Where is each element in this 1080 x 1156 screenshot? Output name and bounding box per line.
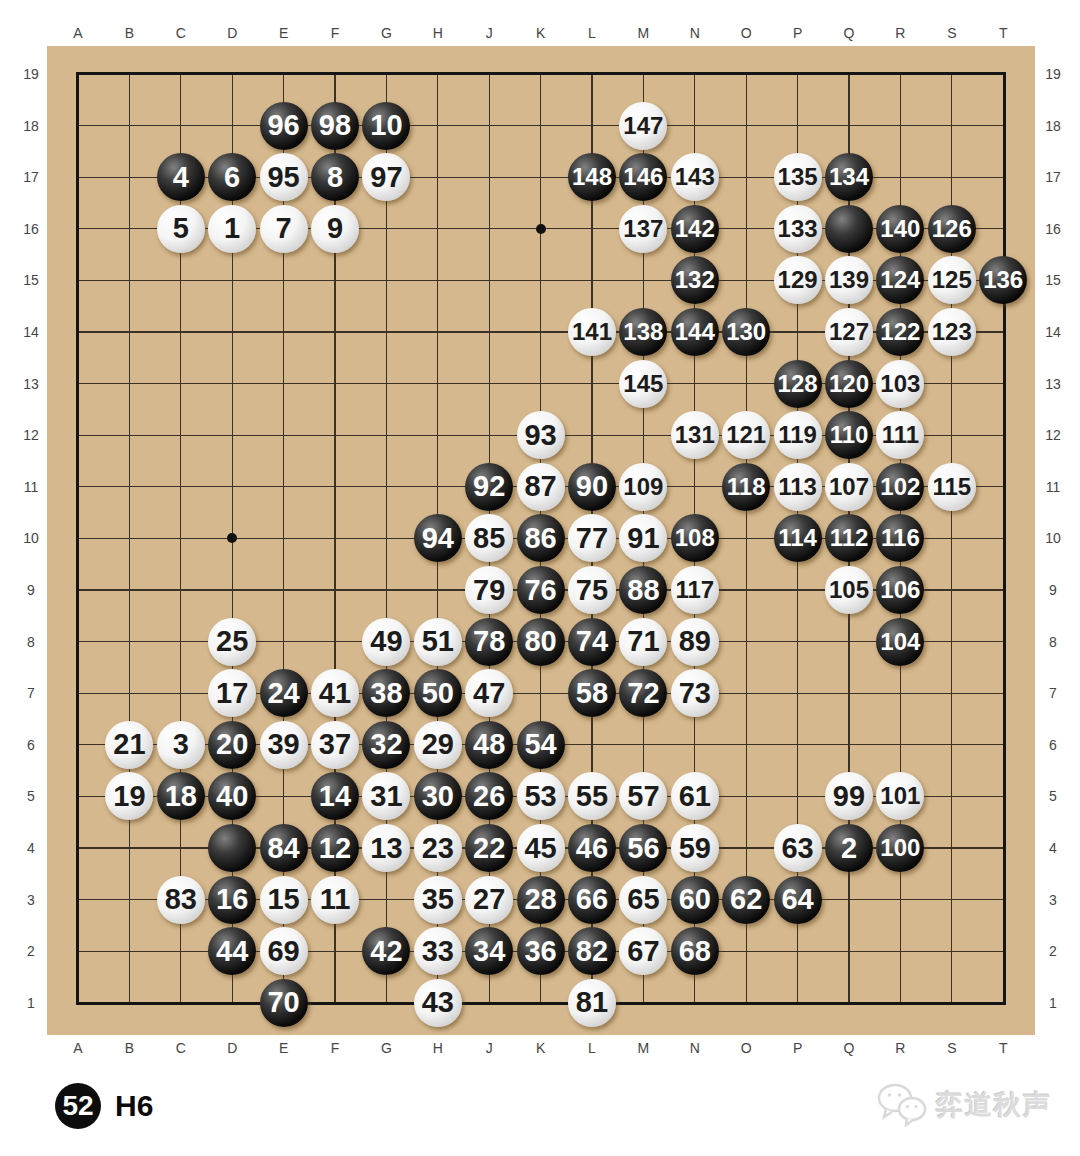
coord-label-left: 3 xyxy=(27,892,35,908)
coord-label-bottom: C xyxy=(176,1040,186,1056)
coord-label-left: 5 xyxy=(27,788,35,804)
go-stone-11: 11 xyxy=(311,876,359,924)
coord-label-top: S xyxy=(947,25,956,41)
go-stone-70: 70 xyxy=(260,979,308,1027)
coord-label-left: 13 xyxy=(23,376,39,392)
coord-label-right: 5 xyxy=(1049,788,1057,804)
go-stone-104: 104 xyxy=(876,618,924,666)
coord-label-left: 11 xyxy=(24,479,39,495)
coord-label-bottom: H xyxy=(433,1040,443,1056)
go-stone-134: 134 xyxy=(825,153,873,201)
go-stone-69: 69 xyxy=(260,927,308,975)
coord-label-left: 1 xyxy=(27,995,35,1011)
go-stone-handicap xyxy=(208,824,256,872)
go-stone-119: 119 xyxy=(774,411,822,459)
watermark: 弈道秋声 xyxy=(876,1083,1052,1127)
coord-label-right: 10 xyxy=(1045,530,1061,546)
coord-label-left: 18 xyxy=(23,118,39,134)
kifu-diagram: AABBCCDDEEFFGGHHJJKKLLMMNNOOPPQQRRSSTT19… xyxy=(0,0,1080,1156)
coord-label-right: 8 xyxy=(1049,634,1057,650)
go-stone-25: 25 xyxy=(208,618,256,666)
coord-label-top: K xyxy=(536,25,545,41)
go-stone-142: 142 xyxy=(671,205,719,253)
go-stone-105: 105 xyxy=(825,566,873,614)
go-stone-87: 87 xyxy=(517,463,565,511)
coord-label-bottom: F xyxy=(331,1040,340,1056)
go-stone-62: 62 xyxy=(722,876,770,924)
go-stone-107: 107 xyxy=(825,463,873,511)
go-stone-43: 43 xyxy=(414,979,462,1027)
coord-label-bottom: R xyxy=(895,1040,905,1056)
go-stone-115: 115 xyxy=(928,463,976,511)
go-stone-84: 84 xyxy=(260,824,308,872)
coord-label-bottom: M xyxy=(638,1040,650,1056)
coord-label-right: 13 xyxy=(1045,376,1061,392)
coord-label-top: A xyxy=(73,25,82,41)
coord-label-left: 12 xyxy=(23,427,39,443)
go-stone-29: 29 xyxy=(414,721,462,769)
go-stone-58: 58 xyxy=(568,669,616,717)
go-stone-1: 1 xyxy=(208,205,256,253)
go-stone-123: 123 xyxy=(928,308,976,356)
coord-label-bottom: A xyxy=(73,1040,82,1056)
coord-label-bottom: J xyxy=(486,1040,493,1056)
coord-label-left: 7 xyxy=(27,685,35,701)
go-stone-83: 83 xyxy=(157,876,205,924)
go-stone-109: 109 xyxy=(619,463,667,511)
go-stone-39: 39 xyxy=(260,721,308,769)
go-stone-76: 76 xyxy=(517,566,565,614)
go-stone-23: 23 xyxy=(414,824,462,872)
coord-label-right: 18 xyxy=(1045,118,1061,134)
go-stone-68: 68 xyxy=(671,927,719,975)
coord-label-bottom: O xyxy=(741,1040,752,1056)
coord-label-right: 12 xyxy=(1045,427,1061,443)
coord-label-left: 19 xyxy=(23,66,39,82)
coord-label-top: D xyxy=(227,25,237,41)
go-stone-27: 27 xyxy=(465,876,513,924)
coord-label-left: 15 xyxy=(23,272,39,288)
coord-label-right: 3 xyxy=(1049,892,1057,908)
star-point xyxy=(227,533,237,543)
coord-label-left: 10 xyxy=(23,530,39,546)
go-stone-8: 8 xyxy=(311,153,359,201)
coord-label-left: 9 xyxy=(27,582,35,598)
coord-label-right: 4 xyxy=(1049,840,1057,856)
go-stone-2: 2 xyxy=(825,824,873,872)
go-stone-95: 95 xyxy=(260,153,308,201)
coord-label-top: F xyxy=(331,25,340,41)
coord-label-top: P xyxy=(793,25,802,41)
caption-coordinate-label: H6 xyxy=(115,1089,153,1123)
go-stone-92: 92 xyxy=(465,463,513,511)
go-stone-94: 94 xyxy=(414,514,462,562)
coord-label-left: 2 xyxy=(27,943,35,959)
coord-label-bottom: Q xyxy=(844,1040,855,1056)
go-stone-73: 73 xyxy=(671,669,719,717)
caption-move-number: 52 xyxy=(62,1092,93,1120)
coord-label-top: Q xyxy=(844,25,855,41)
go-stone-4: 4 xyxy=(157,153,205,201)
go-stone-130: 130 xyxy=(722,308,770,356)
go-stone-147: 147 xyxy=(619,102,667,150)
go-stone-3: 3 xyxy=(157,721,205,769)
go-stone-63: 63 xyxy=(774,824,822,872)
go-stone-51: 51 xyxy=(414,618,462,666)
coord-label-bottom: E xyxy=(279,1040,288,1056)
go-stone-98: 98 xyxy=(311,102,359,150)
go-stone-15: 15 xyxy=(260,876,308,924)
go-stone-16: 16 xyxy=(208,876,256,924)
go-stone-133: 133 xyxy=(774,205,822,253)
go-stone-7: 7 xyxy=(260,205,308,253)
coord-label-bottom: L xyxy=(588,1040,596,1056)
go-stone-46: 46 xyxy=(568,824,616,872)
coord-label-right: 11 xyxy=(1046,479,1061,495)
go-stone-129: 129 xyxy=(774,256,822,304)
coord-label-bottom: P xyxy=(793,1040,802,1056)
go-stone-132: 132 xyxy=(671,256,719,304)
go-stone-9: 9 xyxy=(311,205,359,253)
caption: 52 H6 xyxy=(55,1083,153,1129)
go-stone-33: 33 xyxy=(414,927,462,975)
go-stone-127: 127 xyxy=(825,308,873,356)
go-stone-126: 126 xyxy=(928,205,976,253)
coord-label-right: 7 xyxy=(1049,685,1057,701)
go-stone-20: 20 xyxy=(208,721,256,769)
go-stone-36: 36 xyxy=(517,927,565,975)
go-stone-28: 28 xyxy=(517,876,565,924)
go-stone-handicap xyxy=(825,205,873,253)
go-stone-24: 24 xyxy=(260,669,308,717)
coord-label-top: E xyxy=(279,25,288,41)
go-stone-118: 118 xyxy=(722,463,770,511)
coord-label-bottom: N xyxy=(690,1040,700,1056)
go-stone-53: 53 xyxy=(517,772,565,820)
go-stone-80: 80 xyxy=(517,618,565,666)
coord-label-left: 17 xyxy=(23,169,39,185)
coord-label-top: G xyxy=(381,25,392,41)
coord-label-right: 15 xyxy=(1045,272,1061,288)
go-stone-54: 54 xyxy=(517,721,565,769)
go-stone-79: 79 xyxy=(465,566,513,614)
go-stone-12: 12 xyxy=(311,824,359,872)
go-stone-81: 81 xyxy=(568,979,616,1027)
go-stone-49: 49 xyxy=(362,618,410,666)
go-stone-148: 148 xyxy=(568,153,616,201)
coord-label-bottom: S xyxy=(947,1040,956,1056)
coord-label-right: 9 xyxy=(1049,582,1057,598)
go-stone-113: 113 xyxy=(774,463,822,511)
go-stone-135: 135 xyxy=(774,153,822,201)
coord-label-top: H xyxy=(433,25,443,41)
coord-label-bottom: K xyxy=(536,1040,545,1056)
coord-label-top: O xyxy=(741,25,752,41)
coord-label-top: L xyxy=(588,25,596,41)
go-stone-71: 71 xyxy=(619,618,667,666)
go-stone-45: 45 xyxy=(517,824,565,872)
go-stone-93: 93 xyxy=(517,411,565,459)
coord-label-top: C xyxy=(176,25,186,41)
go-stone-5: 5 xyxy=(157,205,205,253)
go-stone-131: 131 xyxy=(671,411,719,459)
watermark-text: 弈道秋声 xyxy=(936,1087,1052,1123)
coord-label-right: 14 xyxy=(1045,324,1061,340)
coord-label-top: N xyxy=(690,25,700,41)
go-stone-90: 90 xyxy=(568,463,616,511)
coord-label-right: 16 xyxy=(1045,221,1061,237)
go-stone-86: 86 xyxy=(517,514,565,562)
caption-move-stone: 52 xyxy=(55,1083,101,1129)
coord-label-top: B xyxy=(125,25,134,41)
go-stone-110: 110 xyxy=(825,411,873,459)
coord-label-left: 4 xyxy=(27,840,35,856)
go-stone-10: 10 xyxy=(362,102,410,150)
go-stone-22: 22 xyxy=(465,824,513,872)
coord-label-left: 8 xyxy=(27,634,35,650)
go-stone-89: 89 xyxy=(671,618,719,666)
coord-label-right: 6 xyxy=(1049,737,1057,753)
go-stone-78: 78 xyxy=(465,618,513,666)
go-stone-48: 48 xyxy=(465,721,513,769)
go-stone-37: 37 xyxy=(311,721,359,769)
coord-label-top: T xyxy=(999,25,1008,41)
go-stone-143: 143 xyxy=(671,153,719,201)
coord-label-top: M xyxy=(638,25,650,41)
go-stone-103: 103 xyxy=(876,360,924,408)
go-stone-140: 140 xyxy=(876,205,924,253)
coord-label-left: 16 xyxy=(23,221,39,237)
go-stone-18: 18 xyxy=(157,772,205,820)
go-stone-21: 21 xyxy=(105,721,153,769)
coord-label-bottom: G xyxy=(381,1040,392,1056)
go-stone-145: 145 xyxy=(619,360,667,408)
go-stone-60: 60 xyxy=(671,876,719,924)
go-stone-117: 117 xyxy=(671,566,719,614)
coord-label-bottom: B xyxy=(125,1040,134,1056)
go-stone-114: 114 xyxy=(774,514,822,562)
coord-label-left: 6 xyxy=(27,737,35,753)
go-stone-108: 108 xyxy=(671,514,719,562)
go-stone-82: 82 xyxy=(568,927,616,975)
go-stone-141: 141 xyxy=(568,308,616,356)
go-stone-144: 144 xyxy=(671,308,719,356)
wechat-icon xyxy=(876,1083,928,1127)
coord-label-right: 17 xyxy=(1045,169,1061,185)
go-stone-128: 128 xyxy=(774,360,822,408)
go-stone-125: 125 xyxy=(928,256,976,304)
go-stone-120: 120 xyxy=(825,360,873,408)
go-stone-66: 66 xyxy=(568,876,616,924)
go-stone-59: 59 xyxy=(671,824,719,872)
go-stone-74: 74 xyxy=(568,618,616,666)
go-stone-96: 96 xyxy=(260,102,308,150)
go-stone-64: 64 xyxy=(774,876,822,924)
coord-label-right: 19 xyxy=(1045,66,1061,82)
coord-label-right: 1 xyxy=(1049,995,1057,1011)
go-stone-41: 41 xyxy=(311,669,359,717)
go-stone-137: 137 xyxy=(619,205,667,253)
go-stone-32: 32 xyxy=(362,721,410,769)
go-stone-75: 75 xyxy=(568,566,616,614)
go-stone-35: 35 xyxy=(414,876,462,924)
coord-label-right: 2 xyxy=(1049,943,1057,959)
coord-label-bottom: T xyxy=(999,1040,1008,1056)
go-stone-30: 30 xyxy=(414,772,462,820)
coord-label-top: J xyxy=(486,25,493,41)
star-point xyxy=(536,224,546,234)
go-stone-50: 50 xyxy=(414,669,462,717)
coord-label-bottom: D xyxy=(227,1040,237,1056)
go-stone-102: 102 xyxy=(876,463,924,511)
coord-label-left: 14 xyxy=(23,324,39,340)
go-stone-65: 65 xyxy=(619,876,667,924)
go-stone-61: 61 xyxy=(671,772,719,820)
coord-label-top: R xyxy=(895,25,905,41)
